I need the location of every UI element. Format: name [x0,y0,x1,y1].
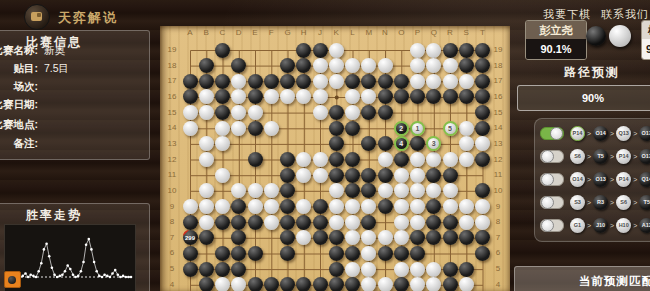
black-stone-K7 [329,230,344,245]
player-white-box: 柯洁 9.9% [641,20,650,60]
black-stone-N16 [378,89,393,104]
match-field-row: 场次: [0,80,148,94]
path-arrow-icon: > [610,130,614,137]
black-stone-S5 [459,262,474,277]
black-stone-K6 [329,246,344,261]
path-toggle[interactable] [540,150,564,163]
black-stone-C15 [215,105,230,120]
board-row-label-right: 15 [490,108,506,117]
path-move-stone[interactable]: P14 [616,149,631,164]
black-stone-S19 [459,43,474,58]
match-field-row: 比赛地点: [0,118,148,132]
board-row-label-left: 16 [164,92,180,101]
black-stone-K12 [329,152,344,167]
path-arrow-icon: > [633,176,637,183]
black-stone-O17 [394,74,409,89]
white-stone-R18 [443,58,458,73]
match-field-label: 贴目: [0,62,38,76]
black-stone-L14 [345,121,360,136]
path-move-stone[interactable]: S6 [616,195,631,210]
black-stone-C5 [215,262,230,277]
board-row-label-left: 4 [164,280,180,289]
board-col-label: R [442,28,458,37]
black-stone-T16 [475,89,490,104]
black-stone-L17 [345,74,360,89]
prediction-stone-Q13[interactable]: 3 [426,136,441,151]
match-field-label: 比赛地点: [0,118,38,132]
board-row-label-left: 6 [164,248,180,257]
path-move-stone[interactable]: T5 [639,195,650,210]
black-stone-T15 [475,105,490,120]
path-arrow-icon: > [633,130,637,137]
white-stone-D17 [231,74,246,89]
current-prediction-match-label: 当前预测匹配率 [579,274,650,289]
match-field-row: 贴目:7.5目 [0,62,148,76]
board-row-label-left: 18 [164,61,180,70]
white-stone-K9 [329,199,344,214]
black-stone-N6 [378,246,393,261]
board-row-label-left: 14 [164,123,180,132]
board-row-label-right: 4 [490,280,506,289]
app-title: 天弈解说 [58,9,118,27]
board-col-label: M [361,28,377,37]
white-stone-P11 [410,168,425,183]
white-stone-P19 [410,43,425,58]
white-stone-F9 [264,199,279,214]
black-stone-Q8 [426,215,441,230]
white-stone-J15 [313,105,328,120]
white-stone-J17 [313,74,328,89]
black-stone-R7 [443,230,458,245]
black-stone-B7 [199,230,214,245]
white-stone-N10 [378,183,393,198]
board-row-label-left: 17 [164,76,180,85]
black-stone-H19 [296,43,311,58]
black-stone-D8 [231,215,246,230]
black-stone-C6 [215,246,230,261]
match-field-label: 比赛名称: [0,44,38,58]
path-move-stone[interactable]: P14 [570,126,585,141]
board-col-label: Q [426,28,442,37]
white-stone-T8 [475,215,490,230]
white-stone-O8 [394,215,409,230]
black-stone-T14 [475,121,490,136]
white-stone-A9 [183,199,198,214]
path-arrow-icon: > [610,222,614,229]
board-col-label: K [328,28,344,37]
black-stone-H8 [296,215,311,230]
board-row-label-right: 12 [490,155,506,164]
white-stone-R9 [443,199,458,214]
match-field-row: 比赛名称:新奥 [0,44,148,58]
black-stone-T6 [475,246,490,261]
path-move-stone[interactable]: Q14 [639,172,650,187]
match-field-row: 备注: [0,137,148,151]
board-row-label-left: 10 [164,186,180,195]
black-stone-T18 [475,58,490,73]
board-row-label-right: 13 [490,139,506,148]
winrate-chart[interactable] [4,224,136,291]
white-stone-K19 [329,43,344,58]
white-stone-S8 [459,215,474,230]
prediction-path-row: S3>R3>S6>T5 [540,193,650,211]
white-stone-N7 [378,230,393,245]
white-stone-P9 [410,199,425,214]
board-row-label-left: 11 [164,170,180,179]
black-stone-N11 [378,168,393,183]
black-stone-F17 [264,74,279,89]
white-stone-D14 [231,121,246,136]
white-stone-O7 [394,230,409,245]
white-stone-R12 [443,152,458,167]
board-row-label-right: 8 [490,217,506,226]
path-toggle[interactable] [540,127,564,140]
match-field-value [38,137,44,149]
white-stone-Q17 [426,74,441,89]
toggle-knob [550,127,563,140]
black-stone-S7 [459,230,474,245]
path-arrow-icon: > [633,222,637,229]
black-stone-K5 [329,262,344,277]
board-row-label-left: 15 [164,108,180,117]
app-logo-icon[interactable] [24,4,50,30]
logo-glyph [31,12,42,21]
black-stone-R4 [443,277,458,291]
go-board[interactable]: ABCDEFGHJKLMNOPQRST191918181717161615151… [160,26,510,291]
match-field-label: 备注: [0,137,38,151]
board-row-label-right: 9 [490,202,506,211]
black-stone-N15 [378,105,393,120]
white-stone-P8 [410,215,425,230]
path-move-stone[interactable]: Q13 [616,126,631,141]
black-stone-A17 [183,74,198,89]
black-stone-P6 [410,246,425,261]
black-stone-icon [586,26,606,46]
toggle-knob [541,219,554,232]
black-stone-T19 [475,43,490,58]
black-stone-A5 [183,262,198,277]
path-arrow-icon: > [587,222,591,229]
white-stone-Q4 [426,277,441,291]
board-col-label: A [182,28,198,37]
black-stone-L12 [345,152,360,167]
current-prediction-match-bar: 当前预测匹配率 [514,266,650,291]
path-toggle[interactable] [540,173,564,186]
white-stone-N12 [378,152,393,167]
white-stone-F8 [264,215,279,230]
white-stone-S14 [459,121,474,136]
white-stone-Q5 [426,262,441,277]
black-stone-T7 [475,230,490,245]
white-stone-O9 [394,199,409,214]
black-stone-K15 [329,105,344,120]
white-stone-T9 [475,199,490,214]
white-stone-T13 [475,136,490,151]
match-field-row: 比赛日期: [0,98,148,112]
black-stone-O6 [394,246,409,261]
white-stone-J12 [313,152,328,167]
player-black-name: 彭立尧 [526,21,586,39]
path-move-stone[interactable]: O13 [639,126,650,141]
black-stone-C17 [215,74,230,89]
path-move-stone[interactable]: O14 [570,172,585,187]
white-stone-S12 [459,152,474,167]
black-stone-H4 [296,277,311,291]
board-row-label-right: 17 [490,76,506,85]
white-stone-B12 [199,152,214,167]
board-row-label-right: 19 [490,45,506,54]
board-row-label-right: 7 [490,233,506,242]
toggle-knob [541,196,554,209]
white-stone-P12 [410,152,425,167]
board-row-label-right: 6 [490,248,506,257]
player-black-box: 彭立尧 90.1% [525,20,587,60]
path-toggle[interactable] [540,219,564,232]
black-stone-B4 [199,277,214,291]
black-stone-M11 [361,168,376,183]
black-stone-S18 [459,58,474,73]
black-stone-G4 [280,277,295,291]
white-stone-S17 [459,74,474,89]
white-stone-S4 [459,277,474,291]
prediction-stone-P14[interactable]: 1 [410,121,425,136]
black-stone-A7: 299 [183,230,198,245]
prediction-match-rate: 90% [517,85,650,111]
board-col-label: H [296,28,312,37]
black-stone-T12 [475,152,490,167]
board-row-label-left: 19 [164,45,180,54]
black-stone-R5 [443,262,458,277]
black-stone-F4 [264,277,279,291]
white-stone-Q19 [426,43,441,58]
white-stone-O11 [394,168,409,183]
path-move-stone[interactable]: P14 [616,172,631,187]
board-col-label: T [475,28,491,37]
white-stone-R17 [443,74,458,89]
black-stone-N13 [378,136,393,151]
match-field-value [38,80,44,92]
black-stone-R8 [443,215,458,230]
board-row-label-left: 13 [164,139,180,148]
black-stone-R11 [443,168,458,183]
path-move-stone[interactable]: O13 [593,172,608,187]
black-stone-T17 [475,74,490,89]
path-arrow-icon: > [587,153,591,160]
path-move-stone[interactable]: G1 [570,218,585,233]
black-stone-N17 [378,74,393,89]
black-stone-M8 [361,215,376,230]
white-stone-M4 [361,277,376,291]
board-row-label-left: 9 [164,202,180,211]
board-col-label: C [215,28,231,37]
move-number: 299 [183,230,198,245]
black-stone-K14 [329,121,344,136]
match-field-value [38,118,44,130]
black-stone-O4 [394,277,409,291]
path-arrow-icon: > [610,176,614,183]
white-stone-C9 [215,199,230,214]
white-stone-K17 [329,74,344,89]
white-stone-A14 [183,121,198,136]
path-arrow-icon: > [587,199,591,206]
white-stone-P4 [410,277,425,291]
white-stone-L15 [345,105,360,120]
black-stone-B5 [199,262,214,277]
path-move-stone[interactable]: R3 [593,195,608,210]
path-move-stone[interactable]: A13 [639,218,650,233]
black-stone-C8 [215,215,230,230]
black-stone-L11 [345,168,360,183]
black-stone-J7 [313,230,328,245]
path-arrow-icon: > [633,199,637,206]
black-stone-G8 [280,215,295,230]
white-stone-H11 [296,168,311,183]
path-arrow-icon: > [610,153,614,160]
white-stone-K18 [329,58,344,73]
toggle-knob [541,173,554,186]
white-stone-D4 [231,277,246,291]
prediction-path-row: G1>J10>H10>A13 [540,216,650,234]
path-arrow-icon: > [587,130,591,137]
white-stone-F14 [264,121,279,136]
white-stone-B9 [199,199,214,214]
white-stone-L9 [345,199,360,214]
black-stone-J8 [313,215,328,230]
black-stone-E12 [248,152,263,167]
black-stone-H17 [296,74,311,89]
board-col-label: D [231,28,247,37]
board-row-label-left: 12 [164,155,180,164]
black-stone-C19 [215,43,230,58]
black-stone-G17 [280,74,295,89]
black-stone-G9 [280,199,295,214]
board-col-label: O [393,28,409,37]
path-arrow-icon: > [633,153,637,160]
white-stone-C14 [215,121,230,136]
path-move-stone[interactable]: S3 [570,195,585,210]
white-stone-N18 [378,58,393,73]
path-arrow-icon: > [610,199,614,206]
black-stone-E16 [248,89,263,104]
black-stone-B18 [199,58,214,73]
match-field-value: 新奥 [38,44,65,56]
black-stone-G11 [280,168,295,183]
black-stone-A6 [183,246,198,261]
board-row-label-right: 18 [490,61,506,70]
black-stone-E8 [248,215,263,230]
board-row-label-right: 11 [490,170,506,179]
white-stone-E9 [248,199,263,214]
black-stone-K4 [329,277,344,291]
white-stone-B8 [199,215,214,230]
black-stone-R19 [443,43,458,58]
path-arrow-icon: > [587,176,591,183]
path-prediction-title: 路径预测 [517,64,650,81]
path-toggle[interactable] [540,196,564,209]
black-stone-E14 [248,121,263,136]
match-field-label: 场次: [0,80,38,94]
board-col-label: J [312,28,328,37]
path-move-stone[interactable]: J10 [593,218,608,233]
board-col-label: L [345,28,361,37]
black-stone-E6 [248,246,263,261]
board-col-label: P [410,28,426,37]
white-stone-N4 [378,277,393,291]
black-stone-K11 [329,168,344,183]
black-stone-G12 [280,152,295,167]
board-col-label: B [198,28,214,37]
player-white-winrate: 9.9% [642,39,650,59]
black-stone-B17 [199,74,214,89]
path-move-stone[interactable]: H10 [616,218,631,233]
black-stone-J19 [313,43,328,58]
board-row-label-right: 14 [490,123,506,132]
path-move-stone[interactable]: S6 [570,149,585,164]
board-col-label: E [247,28,263,37]
white-stone-J18 [313,58,328,73]
board-row-label-left: 5 [164,264,180,273]
prediction-stone-O13[interactable]: 4 [394,136,409,151]
board-col-label: F [263,28,279,37]
player-white-name: 柯洁 [642,21,650,39]
white-stone-L5 [345,262,360,277]
black-stone-E17 [248,74,263,89]
board-col-label: N [377,28,393,37]
black-stone-A16 [183,89,198,104]
black-stone-G6 [280,246,295,261]
board-row-label-left: 8 [164,217,180,226]
path-move-stone[interactable]: O14 [593,126,608,141]
white-stone-C11 [215,168,230,183]
white-stone-J16 [313,89,328,104]
path-move-stone[interactable]: O13 [639,149,650,164]
match-field-value: 7.5目 [38,62,69,74]
black-stone-A8 [183,215,198,230]
board-col-label: S [458,28,474,37]
prediction-path-row: P14>O14>Q13>O13 [540,124,650,142]
white-stone-C4 [215,277,230,291]
black-stone-N9 [378,199,393,214]
board-row-label-right: 10 [490,186,506,195]
black-stone-T10 [475,183,490,198]
prediction-path-row: O14>O13>P14>Q14 [540,170,650,188]
white-stone-E15 [248,105,263,120]
white-stone-A15 [183,105,198,120]
white-stone-M5 [361,262,376,277]
black-stone-D5 [231,262,246,277]
white-stone-K8 [329,215,344,230]
prediction-stone-O14[interactable]: 2 [394,121,409,136]
match-field-value [38,98,44,110]
path-move-stone[interactable]: T5 [593,149,608,164]
white-stone-L8 [345,215,360,230]
black-stone-J4 [313,277,328,291]
black-stone-L6 [345,246,360,261]
white-stone-icon [609,25,631,47]
prediction-path-row: S6>T5>P14>O13 [540,147,650,165]
board-row-label-left: 7 [164,233,180,242]
toggle-knob [541,150,554,163]
player-black-winrate: 90.1% [526,39,586,59]
winrate-title: 胜率走势 [0,207,148,224]
black-stone-J9 [313,199,328,214]
black-stone-L4 [345,277,360,291]
white-stone-B15 [199,105,214,120]
prediction-stone-R14[interactable]: 5 [443,121,458,136]
black-stone-E4 [248,277,263,291]
black-stone-O12 [394,152,409,167]
match-field-label: 比赛日期: [0,98,38,112]
